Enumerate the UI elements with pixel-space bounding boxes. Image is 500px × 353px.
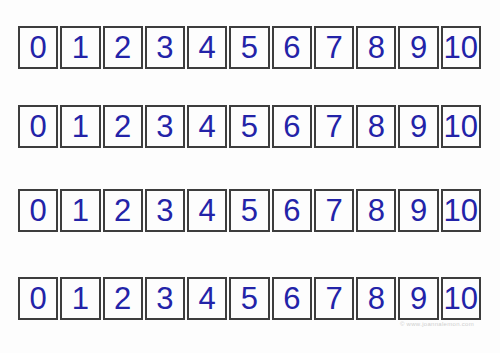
number-cell: 2 — [103, 189, 143, 232]
number-cell: 4 — [187, 189, 227, 232]
number-cell: 8 — [356, 105, 396, 148]
number-cell: 7 — [314, 26, 354, 69]
number-cell: 4 — [187, 26, 227, 69]
number-cell: 0 — [18, 189, 58, 232]
watermark: © www.joannalemon.com — [400, 321, 474, 327]
number-cell: 8 — [356, 26, 396, 69]
number-cell: 2 — [103, 277, 143, 320]
number-cell: 3 — [145, 189, 185, 232]
number-cell: 1 — [60, 105, 100, 148]
number-cell: 9 — [398, 26, 438, 69]
number-cell: 0 — [18, 26, 58, 69]
number-cell: 7 — [314, 105, 354, 148]
number-cell: 10 — [441, 277, 481, 320]
number-cell: 5 — [229, 189, 269, 232]
number-cell: 5 — [229, 277, 269, 320]
number-cell: 6 — [272, 26, 312, 69]
number-cell: 3 — [145, 277, 185, 320]
number-cell: 1 — [60, 189, 100, 232]
number-cell: 5 — [229, 105, 269, 148]
number-cell: 10 — [441, 26, 481, 69]
number-cell: 4 — [187, 277, 227, 320]
number-cell: 0 — [18, 105, 58, 148]
number-strip-4: 012345678910 — [18, 277, 481, 320]
number-cell: 8 — [356, 189, 396, 232]
number-cell: 2 — [103, 105, 143, 148]
number-cell: 1 — [60, 277, 100, 320]
number-cell: 10 — [441, 189, 481, 232]
number-strip-2: 012345678910 — [18, 105, 481, 148]
number-cell: 8 — [356, 277, 396, 320]
number-cell: 6 — [272, 277, 312, 320]
number-cell: 9 — [398, 189, 438, 232]
number-cell: 10 — [441, 105, 481, 148]
number-cell: 7 — [314, 189, 354, 232]
number-cell: 6 — [272, 105, 312, 148]
number-strip-1: 012345678910 — [18, 26, 481, 69]
number-cell: 0 — [18, 277, 58, 320]
number-cell: 7 — [314, 277, 354, 320]
number-cell: 6 — [272, 189, 312, 232]
number-track-worksheet: 0123456789100123456789100123456789100123… — [0, 0, 500, 353]
number-strip-3: 012345678910 — [18, 189, 481, 232]
number-cell: 4 — [187, 105, 227, 148]
number-cell: 1 — [60, 26, 100, 69]
number-cell: 3 — [145, 26, 185, 69]
number-cell: 5 — [229, 26, 269, 69]
number-cell: 9 — [398, 277, 438, 320]
number-cell: 2 — [103, 26, 143, 69]
number-cell: 3 — [145, 105, 185, 148]
number-cell: 9 — [398, 105, 438, 148]
